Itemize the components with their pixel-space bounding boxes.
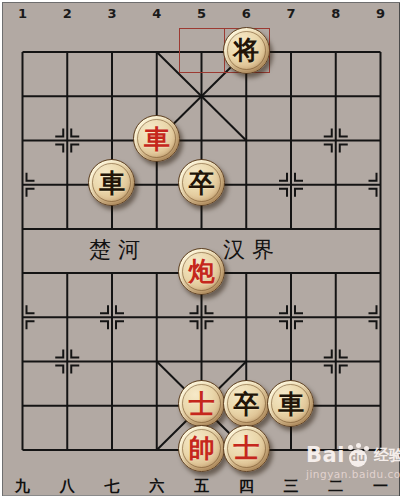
piece-red-advisor[interactable]: 士 [223,425,270,472]
watermark-brand-cn: 经验 [374,446,400,465]
piece-glyph: 車 [278,391,304,417]
file-label-bottom-7: 三 [279,477,303,496]
piece-black-soldier[interactable]: 卒 [178,159,225,206]
xiangqi-board-screen: 123456789 楚河 汉界 将車車卒炮士卒車帥士 九八七六五四三二一 Bai… [0,0,400,496]
watermark-url: jingyan.baidu.com [306,468,400,480]
file-label-bottom-1: 九 [11,477,35,496]
piece-black-chariot[interactable]: 車 [267,380,314,427]
file-label-top-4: 4 [146,6,168,21]
piece-black-general[interactable]: 将 [223,27,270,74]
watermark: Bai du 经验 jingyan.baidu.com [306,443,400,480]
piece-black-chariot[interactable]: 車 [88,159,135,206]
piece-red-chariot[interactable]: 車 [133,115,180,162]
file-label-bottom-5: 五 [190,477,214,496]
file-label-top-6: 6 [235,6,257,21]
file-label-top-8: 8 [325,6,347,21]
piece-glyph: 炮 [188,258,214,284]
file-label-bottom-3: 七 [100,477,124,496]
piece-glyph: 卒 [233,391,259,417]
piece-black-soldier[interactable]: 卒 [223,380,270,427]
piece-glyph: 帥 [188,435,214,461]
piece-glyph: 車 [144,126,170,152]
file-label-top-3: 3 [101,6,123,21]
piece-red-advisor[interactable]: 士 [178,380,225,427]
piece-glyph: 士 [188,391,214,417]
piece-glyph: 士 [233,435,259,461]
piece-glyph: 卒 [188,170,214,196]
file-label-bottom-4: 六 [145,477,169,496]
piece-red-general[interactable]: 帥 [178,425,225,472]
file-label-bottom-6: 四 [234,477,258,496]
file-label-top-7: 7 [280,6,302,21]
baidu-paw-icon: du [347,444,370,467]
file-label-top-2: 2 [56,6,78,21]
piece-glyph: 車 [99,170,125,196]
file-label-bottom-2: 八 [55,477,79,496]
file-label-top-1: 1 [12,6,34,21]
file-label-top-9: 9 [370,6,392,21]
piece-glyph: 将 [233,37,259,63]
watermark-brand-text: Bai [306,443,345,467]
file-label-top-5: 5 [191,6,213,21]
board: 将車車卒炮士卒車帥士 [0,30,400,472]
piece-red-cannon[interactable]: 炮 [178,248,225,295]
